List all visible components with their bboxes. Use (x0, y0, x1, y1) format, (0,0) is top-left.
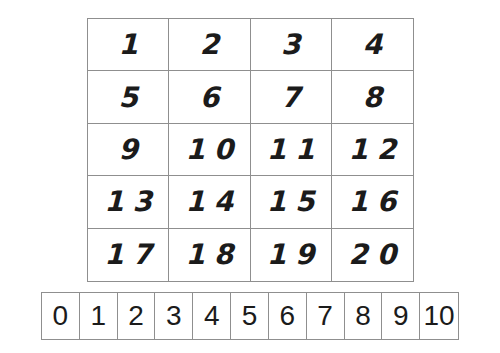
grid-cell: 13 (88, 176, 169, 228)
number-line-cell: 9 (382, 293, 420, 339)
number-line-cell: 5 (231, 293, 269, 339)
grid-cell: 7 (251, 71, 332, 123)
number-line-cell: 7 (307, 293, 345, 339)
grid-cell: 11 (251, 124, 332, 176)
number-line-cell: 4 (193, 293, 231, 339)
number-line-cell: 1 (80, 293, 118, 339)
grid-cell: 16 (332, 176, 413, 228)
grid-cell: 9 (88, 124, 169, 176)
number-line-0-10: 0 1 2 3 4 5 6 7 8 9 10 (41, 292, 459, 340)
grid-cell: 4 (332, 19, 413, 71)
number-line-cell: 0 (42, 293, 80, 339)
grid-cell: 5 (88, 71, 169, 123)
number-line-cell: 10 (420, 293, 458, 339)
grid-cell: 12 (332, 124, 413, 176)
number-line-cell: 6 (269, 293, 307, 339)
grid-cell: 2 (169, 19, 250, 71)
grid-cell: 19 (251, 229, 332, 281)
number-line-cell: 8 (345, 293, 383, 339)
numbers-1-20-grid: 1 2 3 4 5 6 7 8 9 10 11 12 13 14 15 16 1… (87, 18, 414, 282)
grid-cell: 18 (169, 229, 250, 281)
grid-cell: 3 (251, 19, 332, 71)
number-line-cell: 2 (118, 293, 156, 339)
worksheet-page: 1 2 3 4 5 6 7 8 9 10 11 12 13 14 15 16 1… (0, 0, 500, 353)
grid-cell: 20 (332, 229, 413, 281)
grid-cell: 14 (169, 176, 250, 228)
grid-cell: 17 (88, 229, 169, 281)
grid-cell: 1 (88, 19, 169, 71)
grid-cell: 6 (169, 71, 250, 123)
number-line-cell: 3 (155, 293, 193, 339)
grid-cell: 10 (169, 124, 250, 176)
grid-cell: 15 (251, 176, 332, 228)
grid-cell: 8 (332, 71, 413, 123)
